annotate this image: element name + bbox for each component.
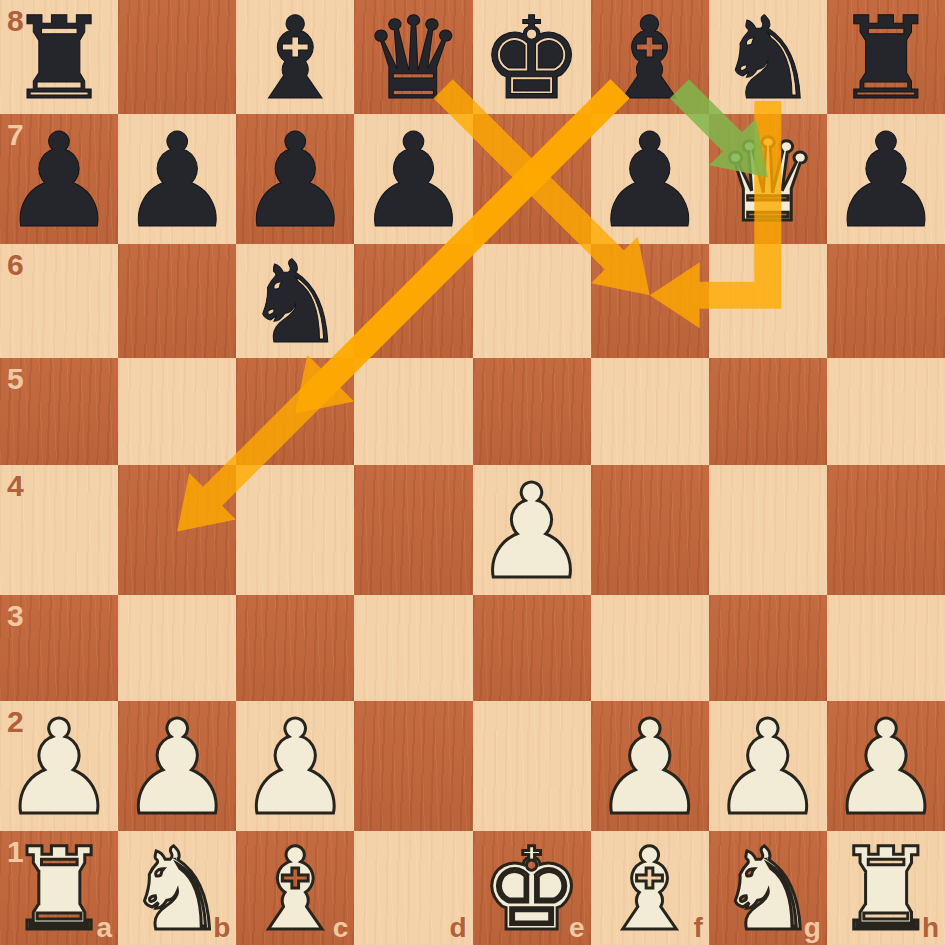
square-d5[interactable]	[354, 358, 472, 465]
square-c2[interactable]: ♟	[236, 701, 354, 831]
coord-file-c: c	[333, 912, 349, 944]
square-c6[interactable]: ♞	[236, 244, 354, 358]
square-g2[interactable]: ♟	[709, 701, 827, 831]
piece-black-pawn[interactable]: ♟	[591, 116, 708, 246]
square-g4[interactable]	[709, 465, 827, 595]
square-e8[interactable]: ♚	[473, 0, 591, 114]
square-h2[interactable]: ♟	[827, 701, 945, 831]
square-g6[interactable]	[709, 244, 827, 358]
square-g1[interactable]: ♞g	[709, 831, 827, 945]
piece-black-knight[interactable]: ♞	[717, 2, 819, 116]
square-f8[interactable]: ♝	[591, 0, 709, 114]
square-b4[interactable]	[118, 465, 236, 595]
piece-black-queen[interactable]: ♛	[362, 2, 464, 116]
square-f1[interactable]: ♝f	[591, 831, 709, 945]
square-d2[interactable]	[354, 701, 472, 831]
square-h1[interactable]: ♜h	[827, 831, 945, 945]
square-e7[interactable]	[473, 114, 591, 244]
square-f3[interactable]	[591, 595, 709, 702]
square-f5[interactable]	[591, 358, 709, 465]
coord-rank-8: 8	[7, 4, 24, 38]
square-d1[interactable]: d	[354, 831, 472, 945]
square-g7[interactable]: ♛	[709, 114, 827, 244]
piece-black-pawn[interactable]: ♟	[828, 116, 945, 246]
piece-black-knight[interactable]: ♞	[244, 246, 346, 360]
coord-rank-7: 7	[7, 118, 24, 152]
piece-black-bishop[interactable]: ♝	[244, 2, 346, 116]
square-b2[interactable]: ♟	[118, 701, 236, 831]
square-c7[interactable]: ♟	[236, 114, 354, 244]
piece-white-pawn[interactable]: ♟	[828, 703, 945, 833]
square-b7[interactable]: ♟	[118, 114, 236, 244]
square-h7[interactable]: ♟	[827, 114, 945, 244]
piece-black-pawn[interactable]: ♟	[355, 116, 472, 246]
square-c1[interactable]: ♝c	[236, 831, 354, 945]
square-g3[interactable]	[709, 595, 827, 702]
square-a7[interactable]: ♟7	[0, 114, 118, 244]
square-e2[interactable]	[473, 701, 591, 831]
piece-white-pawn[interactable]: ♟	[710, 703, 827, 833]
piece-white-pawn[interactable]: ♟	[237, 703, 354, 833]
square-h6[interactable]	[827, 244, 945, 358]
coord-rank-5: 5	[7, 362, 24, 396]
square-g5[interactable]	[709, 358, 827, 465]
square-a1[interactable]: ♜1a	[0, 831, 118, 945]
piece-black-pawn[interactable]: ♟	[237, 116, 354, 246]
piece-black-king[interactable]: ♚	[480, 2, 582, 116]
coord-file-d: d	[449, 912, 466, 944]
piece-white-pawn[interactable]: ♟	[473, 467, 590, 597]
square-g8[interactable]: ♞	[709, 0, 827, 114]
coord-rank-4: 4	[7, 469, 24, 503]
coord-file-b: b	[213, 912, 230, 944]
square-d4[interactable]	[354, 465, 472, 595]
square-b3[interactable]	[118, 595, 236, 702]
square-h8[interactable]: ♜	[827, 0, 945, 114]
square-a6[interactable]: 6	[0, 244, 118, 358]
square-e1[interactable]: ♚e	[473, 831, 591, 945]
square-a2[interactable]: ♟2	[0, 701, 118, 831]
square-b5[interactable]	[118, 358, 236, 465]
square-f2[interactable]: ♟	[591, 701, 709, 831]
square-c4[interactable]	[236, 465, 354, 595]
piece-white-bishop[interactable]: ♝	[244, 833, 346, 945]
piece-white-king[interactable]: ♚	[480, 833, 582, 945]
coord-file-g: g	[804, 912, 821, 944]
chess-board-area: ♜8♝♛♚♝♞♜♟7♟♟♟♟♛♟6♞54♟3♟2♟♟♟♟♟♜1a♞b♝cd♚e♝…	[0, 0, 945, 945]
square-f4[interactable]	[591, 465, 709, 595]
square-e5[interactable]	[473, 358, 591, 465]
piece-white-pawn[interactable]: ♟	[119, 703, 236, 833]
square-d8[interactable]: ♛	[354, 0, 472, 114]
square-a4[interactable]: 4	[0, 465, 118, 595]
square-c3[interactable]	[236, 595, 354, 702]
coord-rank-6: 6	[7, 248, 24, 282]
square-b6[interactable]	[118, 244, 236, 358]
piece-black-pawn[interactable]: ♟	[119, 116, 236, 246]
square-e6[interactable]	[473, 244, 591, 358]
piece-black-bishop[interactable]: ♝	[599, 2, 701, 116]
piece-black-rook[interactable]: ♜	[835, 2, 937, 116]
coord-file-h: h	[922, 912, 939, 944]
coord-rank-3: 3	[7, 599, 24, 633]
square-d7[interactable]: ♟	[354, 114, 472, 244]
square-c5[interactable]	[236, 358, 354, 465]
piece-white-pawn[interactable]: ♟	[591, 703, 708, 833]
square-d6[interactable]	[354, 244, 472, 358]
square-f6[interactable]	[591, 244, 709, 358]
square-a5[interactable]: 5	[0, 358, 118, 465]
square-h4[interactable]	[827, 465, 945, 595]
square-c8[interactable]: ♝	[236, 0, 354, 114]
square-f7[interactable]: ♟	[591, 114, 709, 244]
square-b8[interactable]	[118, 0, 236, 114]
chess-board[interactable]: ♜8♝♛♚♝♞♜♟7♟♟♟♟♛♟6♞54♟3♟2♟♟♟♟♟♜1a♞b♝cd♚e♝…	[0, 0, 945, 945]
square-e4[interactable]: ♟	[473, 465, 591, 595]
square-d3[interactable]	[354, 595, 472, 702]
piece-white-bishop[interactable]: ♝	[599, 833, 701, 945]
coord-rank-2: 2	[7, 705, 24, 739]
square-h3[interactable]	[827, 595, 945, 702]
square-b1[interactable]: ♞b	[118, 831, 236, 945]
square-e3[interactable]	[473, 595, 591, 702]
square-a3[interactable]: 3	[0, 595, 118, 702]
coord-rank-1: 1	[7, 835, 24, 869]
square-h5[interactable]	[827, 358, 945, 465]
coord-file-a: a	[97, 912, 113, 944]
square-a8[interactable]: ♜8	[0, 0, 118, 114]
piece-white-queen[interactable]: ♛	[717, 124, 819, 238]
coord-file-f: f	[693, 912, 702, 944]
coord-file-e: e	[569, 912, 585, 944]
